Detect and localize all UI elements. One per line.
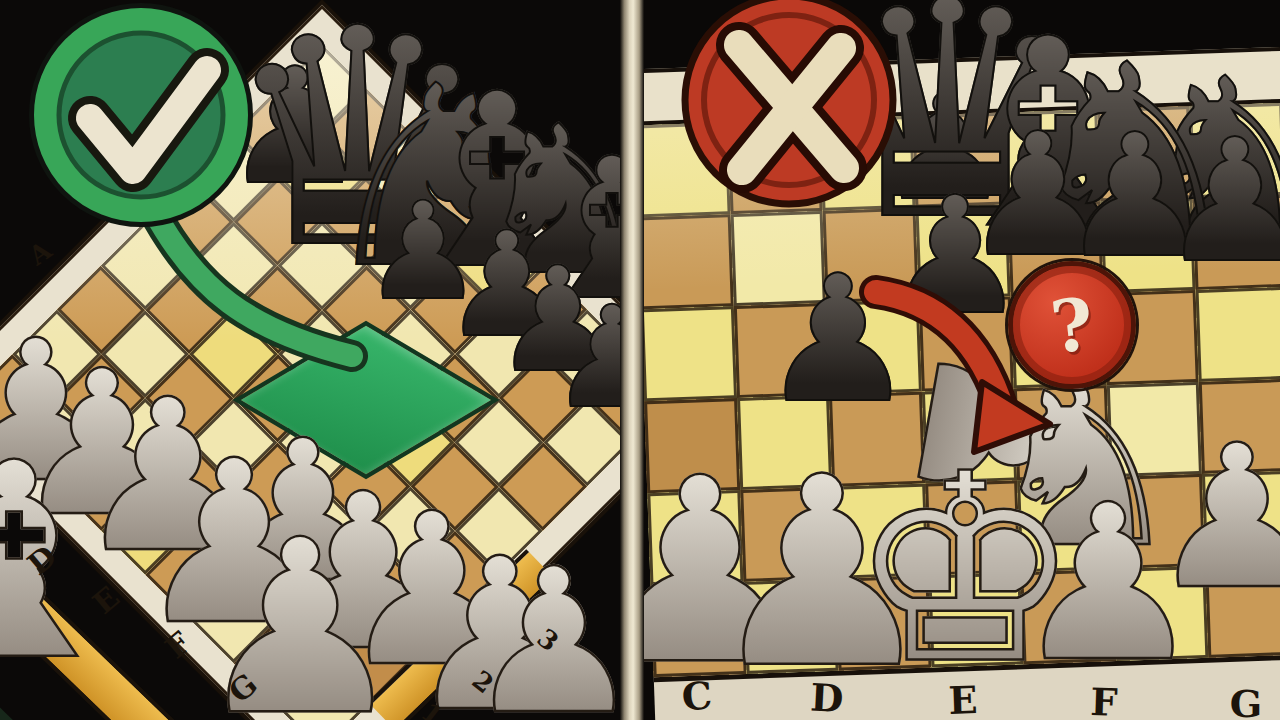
right-board-square [823, 208, 919, 303]
illustration-stage: ♟♛♞♝♞♝♟♟♟♟♝♟♟♟♟♟♟♟♟♟♟ ADEFG321 ♛♝♞♞♟♟♟♟♟… [0, 0, 1280, 720]
right-board-square [912, 113, 1008, 208]
right-board-square [928, 572, 1024, 667]
coordinate-label: 3 [532, 623, 565, 658]
right-board-square [647, 490, 743, 585]
right-board-square [829, 392, 925, 487]
right-board-square [737, 395, 833, 490]
right-board-square [1107, 382, 1203, 477]
right-board-square [651, 582, 747, 677]
right-board-square [826, 300, 922, 395]
coordinate-label: D [21, 538, 63, 582]
right-board-square [1202, 471, 1280, 566]
right-board-square [922, 388, 1018, 483]
question-badge-icon: ? [1008, 261, 1136, 389]
right-board-square [740, 487, 836, 582]
right-board-square [1199, 379, 1280, 474]
right-board-square [733, 303, 829, 398]
right-board-square [915, 204, 1011, 299]
coordinate-label: A [23, 235, 57, 271]
right-chess-board [644, 47, 1280, 720]
coordinate-label: 2 [467, 665, 500, 700]
right-board-square [832, 484, 928, 579]
illegal-move-panel: ♛♝♞♞♟♟♟♟♟♟♟♞♟♟♚♟♟ CDEFG ? [644, 0, 1280, 720]
right-board-square [743, 579, 839, 674]
right-board-square [1193, 195, 1280, 290]
right-board-square [1196, 287, 1280, 382]
right-board-square [1017, 477, 1113, 572]
right-board-square [644, 398, 740, 493]
right-board-square [1206, 563, 1280, 658]
right-board-square [1021, 569, 1117, 664]
panel-divider [620, 0, 644, 720]
right-board-square [644, 122, 730, 217]
right-board-square [1113, 566, 1209, 661]
question-mark: ? [1047, 281, 1098, 370]
right-board-square [925, 480, 1021, 575]
right-board-square [1005, 109, 1101, 204]
right-board-grid [644, 103, 1280, 677]
right-board-square [1190, 103, 1280, 198]
right-board-square [819, 116, 915, 211]
right-board-square [1097, 106, 1193, 201]
right-board-square [727, 119, 823, 214]
right-board-square [644, 214, 733, 309]
right-board-square [1110, 474, 1206, 569]
right-board-square [730, 211, 826, 306]
legal-move-panel: ♟♛♞♝♞♝♟♟♟♟♝♟♟♟♟♟♟♟♟♟♟ ADEFG321 [0, 0, 622, 720]
right-board-square [1014, 385, 1110, 480]
right-board-square [836, 576, 932, 671]
right-board-square [644, 306, 737, 401]
right-board-square [918, 296, 1014, 391]
